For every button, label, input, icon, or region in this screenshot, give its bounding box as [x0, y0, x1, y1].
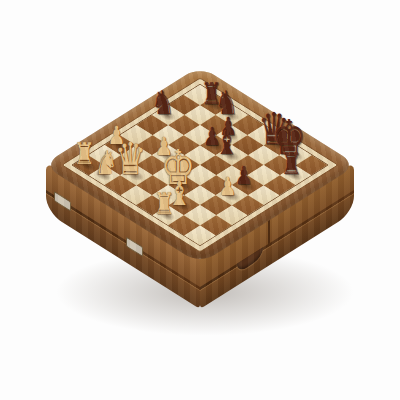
white-rook: ♜ — [153, 189, 175, 219]
black-bishop: ♝ — [215, 126, 239, 159]
finger-pull-notch — [237, 247, 263, 273]
white-knight: ♞ — [94, 147, 118, 180]
hinge-icon — [126, 236, 143, 257]
hinge-icon — [54, 190, 71, 211]
chess-box-product-photo: ♜♞♛♚♟♜♞♟♝♟♟♟♟♚♛♝♜♞♜ — [0, 0, 400, 400]
black-rook: ♜ — [280, 149, 302, 179]
black-knight: ♞ — [151, 86, 175, 119]
black-pawn: ♟ — [235, 164, 253, 189]
white-pawn: ♟ — [219, 174, 237, 199]
white-rook: ♜ — [73, 139, 95, 169]
